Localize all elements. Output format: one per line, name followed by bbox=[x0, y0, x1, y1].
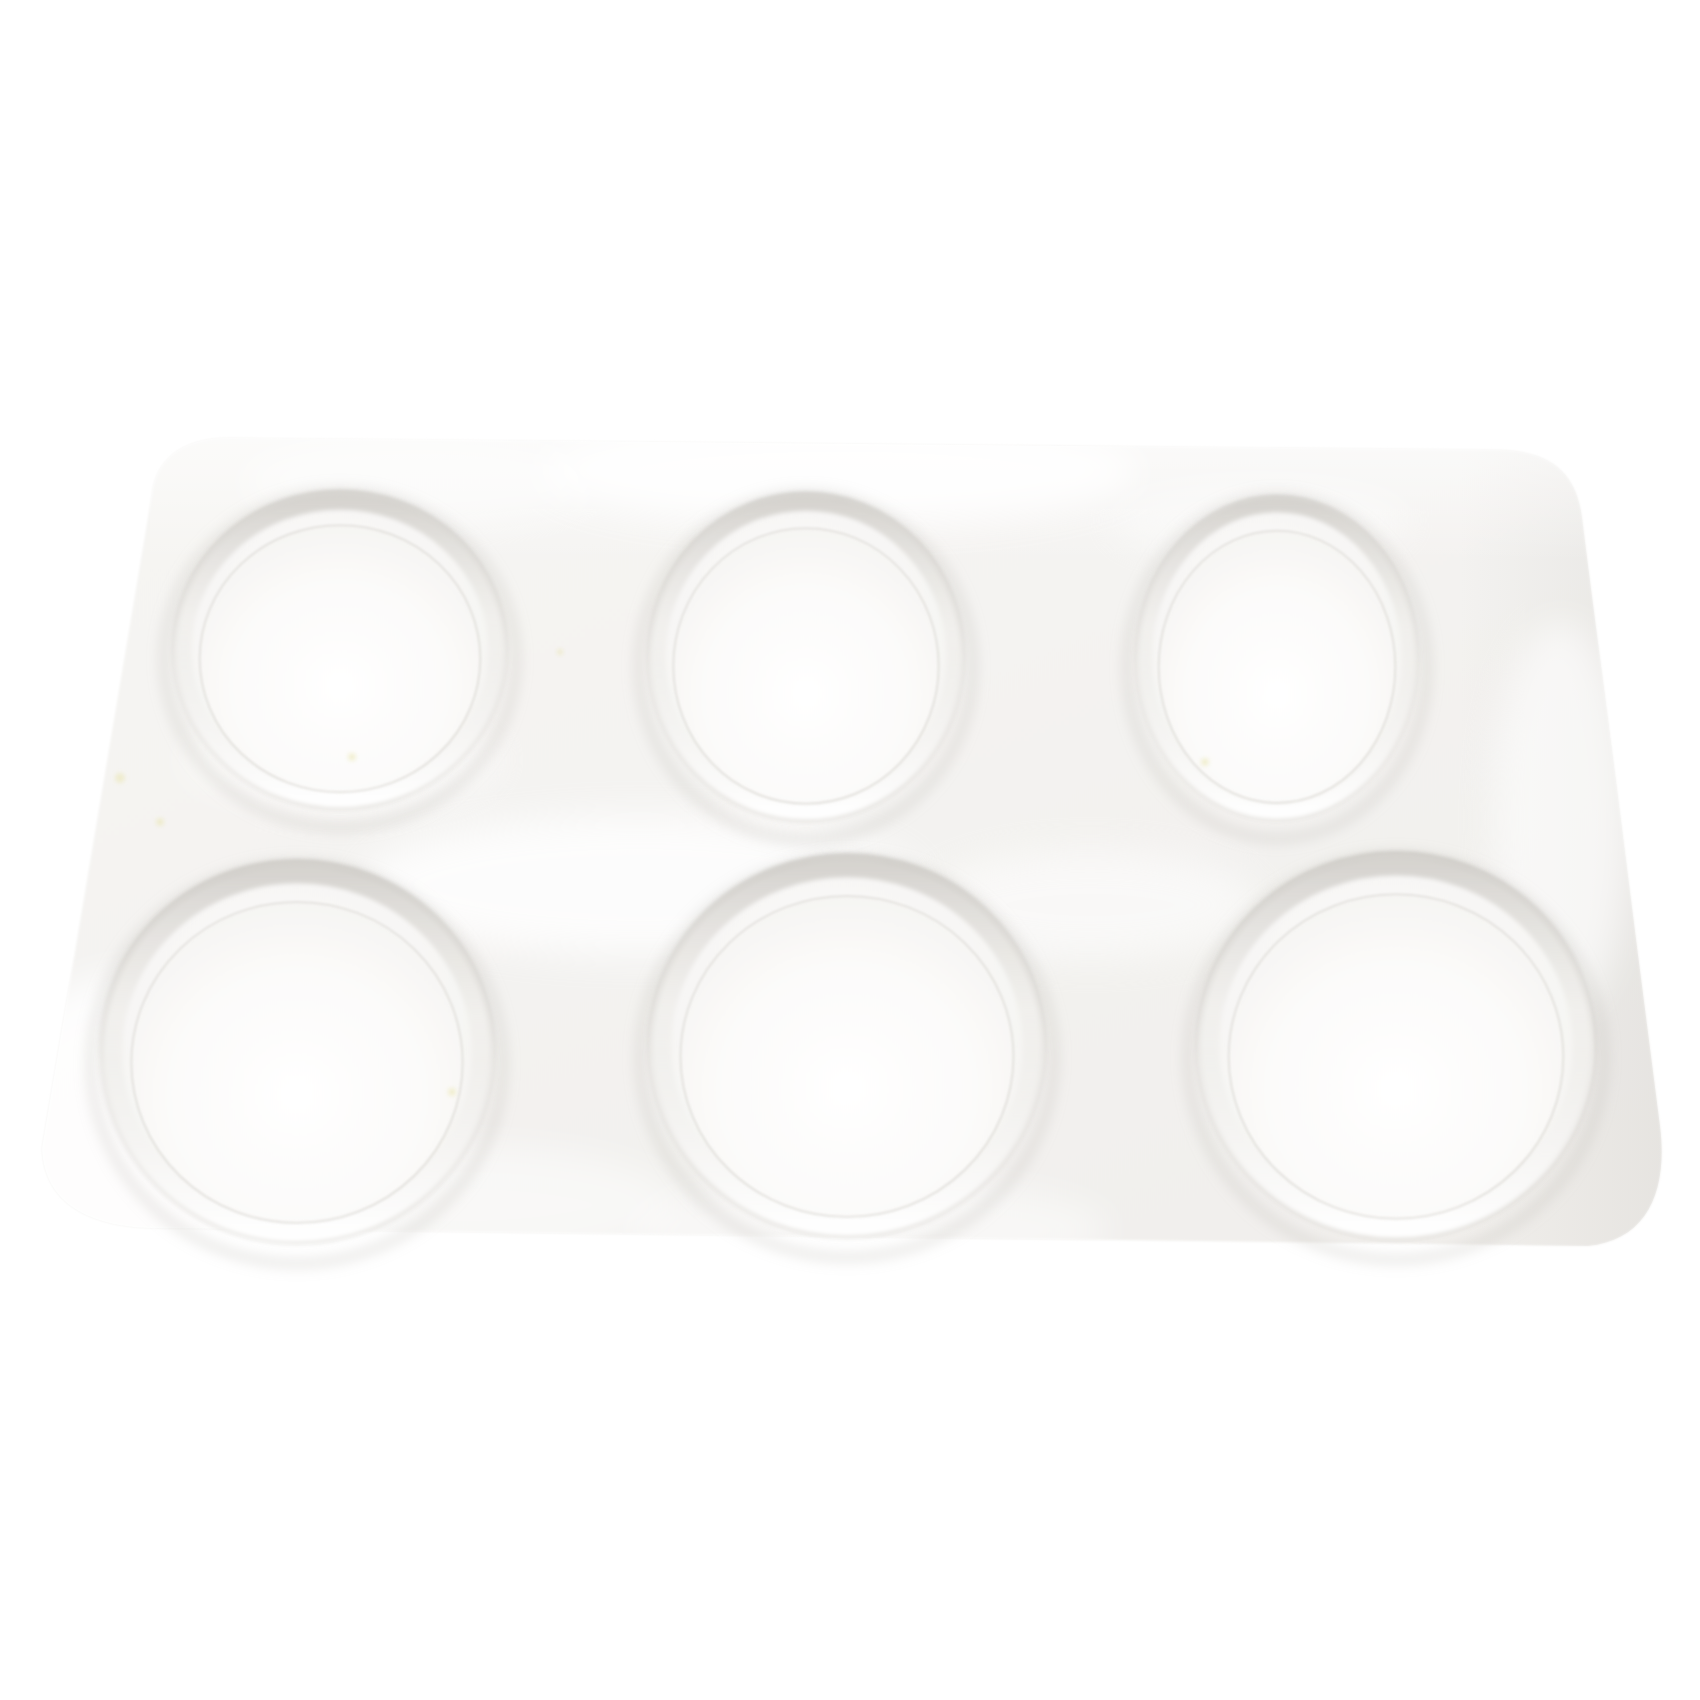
speck-5 bbox=[448, 1088, 456, 1096]
blister-tray-photo bbox=[0, 0, 1700, 1700]
well-r2c2 bbox=[640, 856, 1054, 1257]
well-floor bbox=[132, 903, 461, 1222]
well-r1c1 bbox=[164, 491, 516, 827]
product-photo bbox=[0, 0, 1700, 1700]
speck-1 bbox=[115, 773, 125, 783]
speck-6 bbox=[557, 649, 563, 655]
well-r2c1 bbox=[91, 862, 503, 1263]
well-floor bbox=[1159, 532, 1394, 802]
well-floor bbox=[682, 897, 1013, 1216]
speck-3 bbox=[348, 753, 356, 761]
well-r1c2 bbox=[639, 494, 973, 840]
well-floor bbox=[201, 526, 480, 791]
speck-4 bbox=[1201, 758, 1209, 766]
speck-2 bbox=[156, 818, 164, 826]
well-r1c3 bbox=[1127, 497, 1427, 839]
well-floor bbox=[674, 529, 938, 803]
well-r2c3 bbox=[1188, 854, 1604, 1260]
wells-group bbox=[91, 491, 1604, 1263]
well-floor bbox=[1230, 895, 1563, 1218]
